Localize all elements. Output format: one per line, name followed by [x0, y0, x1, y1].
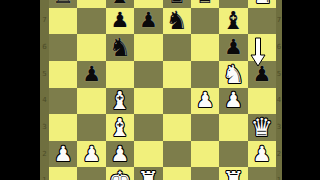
square-f5	[191, 61, 219, 88]
square-g5: ♞	[219, 61, 247, 88]
square-d4	[134, 88, 162, 115]
left-letterbox	[0, 0, 40, 180]
square-h7	[248, 8, 276, 35]
square-a8: ♜	[49, 0, 77, 8]
square-h1	[248, 167, 276, 180]
black-knight-e7: ♞	[165, 8, 187, 33]
square-f6	[191, 34, 219, 61]
square-c4: ♝	[106, 88, 134, 115]
square-h2: ♟	[248, 141, 276, 168]
square-f3	[191, 114, 219, 141]
white-king-c1: ♚	[109, 168, 131, 180]
white-knight-g5: ♞	[222, 62, 244, 87]
square-d3	[134, 114, 162, 141]
right-letterbox	[282, 0, 320, 180]
square-d8	[134, 0, 162, 8]
square-h3: ♛	[248, 114, 276, 141]
square-f2	[191, 141, 219, 168]
square-b4	[77, 88, 105, 115]
square-f4: ♟	[191, 88, 219, 115]
black-queen-f8: ♛	[194, 0, 216, 7]
rank-labels-left: 87654321	[40, 0, 49, 180]
white-bishop-c3: ♝	[109, 115, 131, 140]
rank-label-7: 7	[40, 8, 49, 35]
square-a2: ♟	[49, 141, 77, 168]
square-d6	[134, 34, 162, 61]
square-a3	[49, 114, 77, 141]
square-g3	[219, 114, 247, 141]
square-a4	[49, 88, 77, 115]
rank-label-8: 8	[40, 0, 49, 8]
rank-label-4: 4	[40, 88, 49, 115]
square-a7	[49, 8, 77, 35]
white-pawn-f4: ♟	[196, 90, 215, 111]
white-rook-d1: ♜	[137, 168, 159, 180]
square-f1	[191, 167, 219, 180]
white-pawn-c2: ♟	[111, 144, 130, 165]
last-move-arrow-h6-h5	[250, 37, 266, 67]
square-b1	[77, 167, 105, 180]
square-c2: ♟	[106, 141, 134, 168]
white-pawn-b2: ♟	[82, 144, 101, 165]
white-queen-h3: ♛	[251, 115, 273, 140]
rank-label-6: 6	[40, 34, 49, 61]
square-g4: ♟	[219, 88, 247, 115]
square-e3	[163, 114, 191, 141]
square-d7: ♟	[134, 8, 162, 35]
rank-label-5: 5	[40, 61, 49, 88]
square-c3: ♝	[106, 114, 134, 141]
chess-board-wrap: 87654321 ♜♝♚♛♞♟♟♞♝♞♟♟♞♟♝♟♟♝♛♟♟♟♟♚♜♜ 8765…	[40, 0, 282, 180]
square-d1: ♜	[134, 167, 162, 180]
square-a1	[49, 167, 77, 180]
square-g2	[219, 141, 247, 168]
square-e4	[163, 88, 191, 115]
black-bishop-g7: ♝	[222, 8, 244, 33]
white-rook-g1: ♜	[222, 168, 244, 180]
square-c6: ♞	[106, 34, 134, 61]
square-c8: ♝	[106, 0, 134, 8]
white-bishop-c4: ♝	[109, 88, 131, 113]
white-pawn-g4: ♟	[224, 90, 243, 111]
chess-board: ♜♝♚♛♞♟♟♞♝♞♟♟♞♟♝♟♟♝♛♟♟♟♟♚♜♜	[49, 0, 276, 180]
white-pawn-h2: ♟	[252, 144, 271, 165]
square-h4	[248, 88, 276, 115]
square-b6	[77, 34, 105, 61]
black-pawn-g6: ♟	[224, 37, 243, 58]
black-bishop-c8: ♝	[109, 0, 131, 7]
square-a5	[49, 61, 77, 88]
square-g7: ♝	[219, 8, 247, 35]
square-c7: ♟	[106, 8, 134, 35]
square-g6: ♟	[219, 34, 247, 61]
black-rook-a8: ♜	[52, 0, 74, 7]
white-pawn-a2: ♟	[54, 144, 73, 165]
black-pawn-b5: ♟	[82, 64, 101, 85]
square-c1: ♚	[106, 167, 134, 180]
rank-label-3: 3	[40, 114, 49, 141]
rank-label-2: 2	[40, 141, 49, 168]
square-a6	[49, 34, 77, 61]
rank-label-1: 1	[40, 167, 49, 180]
white-knight-h8: ♞	[251, 0, 273, 7]
square-e1	[163, 167, 191, 180]
square-b2: ♟	[77, 141, 105, 168]
square-c5	[106, 61, 134, 88]
square-b5: ♟	[77, 61, 105, 88]
square-e2	[163, 141, 191, 168]
square-e5	[163, 61, 191, 88]
square-b7	[77, 8, 105, 35]
square-f8: ♛	[191, 0, 219, 8]
square-h8: ♞	[248, 0, 276, 8]
square-b3	[77, 114, 105, 141]
square-g1: ♜	[219, 167, 247, 180]
video-frame: 87654321 ♜♝♚♛♞♟♟♞♝♞♟♟♞♟♝♟♟♝♛♟♟♟♟♚♜♜ 8765…	[0, 0, 320, 180]
square-e6	[163, 34, 191, 61]
square-e7: ♞	[163, 8, 191, 35]
square-d5	[134, 61, 162, 88]
black-pawn-c7: ♟	[111, 10, 130, 31]
square-f7	[191, 8, 219, 35]
black-pawn-d7: ♟	[139, 10, 158, 31]
square-b8	[77, 0, 105, 8]
black-knight-c6: ♞	[109, 35, 131, 60]
square-d2	[134, 141, 162, 168]
